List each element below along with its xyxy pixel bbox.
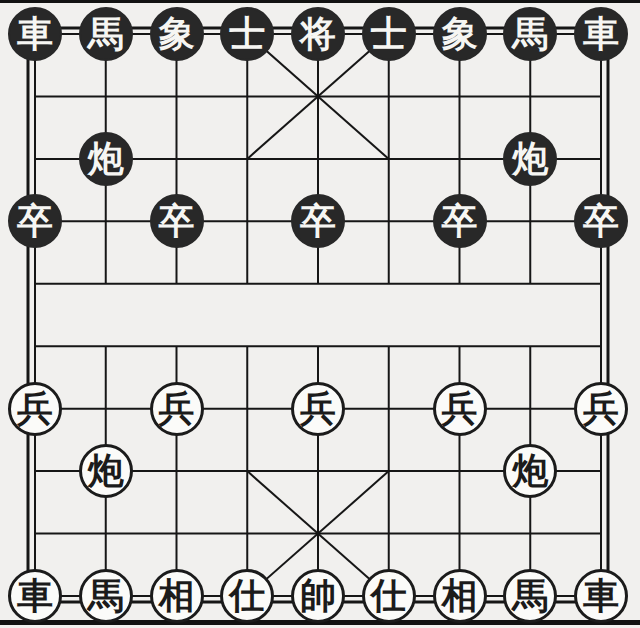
piece-red-horse[interactable]: 馬 [503,569,557,623]
piece-black-soldier[interactable]: 卒 [8,194,62,248]
piece-red-soldier[interactable]: 兵 [291,382,345,436]
piece-red-elephant[interactable]: 相 [150,569,204,623]
piece-black-advisor[interactable]: 士 [220,7,274,61]
piece-red-soldier[interactable]: 兵 [433,382,487,436]
piece-red-elephant[interactable]: 相 [433,569,487,623]
board-outer-edge-top [0,0,640,3]
piece-black-cannon[interactable]: 炮 [503,132,557,186]
piece-red-cannon[interactable]: 炮 [503,444,557,498]
piece-black-elephant[interactable]: 象 [433,7,487,61]
piece-black-advisor[interactable]: 士 [362,7,416,61]
piece-black-elephant[interactable]: 象 [150,7,204,61]
piece-red-soldier[interactable]: 兵 [150,382,204,436]
piece-red-cannon[interactable]: 炮 [79,444,133,498]
piece-black-chariot[interactable]: 車 [574,7,628,61]
piece-red-advisor[interactable]: 仕 [362,569,416,623]
xiangqi-board[interactable]: 車馬象士将士象馬車炮炮卒卒卒卒卒兵兵兵兵兵炮炮車馬相仕帥仕相馬車 [0,0,640,628]
piece-black-chariot[interactable]: 車 [8,7,62,61]
piece-red-general[interactable]: 帥 [291,569,345,623]
piece-black-soldier[interactable]: 卒 [574,194,628,248]
piece-black-soldier[interactable]: 卒 [291,194,345,248]
piece-red-chariot[interactable]: 車 [8,569,62,623]
piece-red-chariot[interactable]: 車 [574,569,628,623]
piece-red-soldier[interactable]: 兵 [574,382,628,436]
piece-black-horse[interactable]: 馬 [503,7,557,61]
piece-red-horse[interactable]: 馬 [79,569,133,623]
board-grid [0,0,640,628]
piece-black-cannon[interactable]: 炮 [79,132,133,186]
piece-black-soldier[interactable]: 卒 [150,194,204,248]
piece-black-general[interactable]: 将 [291,7,345,61]
piece-red-soldier[interactable]: 兵 [8,382,62,436]
piece-red-advisor[interactable]: 仕 [220,569,274,623]
piece-black-horse[interactable]: 馬 [79,7,133,61]
piece-black-soldier[interactable]: 卒 [433,194,487,248]
